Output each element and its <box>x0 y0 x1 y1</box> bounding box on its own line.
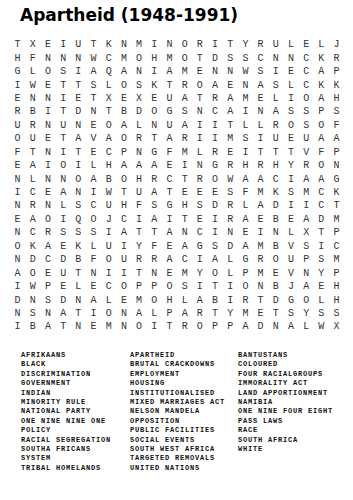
grid-cell[interactable]: L <box>223 253 238 266</box>
grid-cell[interactable]: G <box>162 199 177 212</box>
grid-cell[interactable]: Y <box>132 240 147 253</box>
grid-cell[interactable]: V <box>86 132 101 145</box>
grid-cell[interactable]: R <box>268 119 283 132</box>
grid-cell[interactable]: T <box>101 105 116 118</box>
grid-cell[interactable]: U <box>10 119 25 132</box>
grid-cell[interactable]: T <box>132 226 147 239</box>
grid-cell[interactable]: R <box>192 307 207 320</box>
grid-cell[interactable]: S <box>192 199 207 212</box>
grid-cell[interactable]: D <box>268 199 283 212</box>
grid-cell[interactable]: O <box>116 280 131 293</box>
grid-cell[interactable]: S <box>283 307 298 320</box>
grid-cell[interactable]: I <box>40 105 55 118</box>
grid-cell[interactable]: M <box>177 146 192 159</box>
grid-cell[interactable]: E <box>116 293 131 306</box>
grid-cell[interactable]: S <box>299 240 314 253</box>
grid-cell[interactable]: A <box>223 92 238 105</box>
grid-cell[interactable]: T <box>132 266 147 279</box>
grid-cell[interactable]: U <box>56 119 71 132</box>
grid-cell[interactable]: R <box>147 172 162 185</box>
grid-cell[interactable]: I <box>223 280 238 293</box>
grid-cell[interactable]: L <box>223 266 238 279</box>
grid-cell[interactable]: R <box>10 105 25 118</box>
grid-cell[interactable]: P <box>40 280 55 293</box>
grid-cell[interactable]: N <box>56 51 71 64</box>
grid-cell[interactable]: L <box>238 199 253 212</box>
grid-cell[interactable]: K <box>314 51 329 64</box>
grid-cell[interactable]: P <box>329 226 344 239</box>
grid-cell[interactable]: N <box>71 51 86 64</box>
grid-cell[interactable]: A <box>25 159 40 172</box>
grid-cell[interactable]: A <box>147 186 162 199</box>
grid-cell[interactable]: W <box>101 186 116 199</box>
grid-cell[interactable]: R <box>177 320 192 333</box>
grid-cell[interactable]: T <box>162 320 177 333</box>
grid-cell[interactable]: N <box>299 266 314 279</box>
grid-cell[interactable]: I <box>238 146 253 159</box>
grid-cell[interactable]: E <box>283 132 298 145</box>
grid-cell[interactable]: A <box>223 105 238 118</box>
grid-cell[interactable]: D <box>25 253 40 266</box>
grid-cell[interactable]: A <box>86 65 101 78</box>
grid-cell[interactable]: O <box>40 65 55 78</box>
grid-cell[interactable]: S <box>314 253 329 266</box>
grid-cell[interactable]: E <box>253 307 268 320</box>
grid-cell[interactable]: I <box>314 240 329 253</box>
grid-cell[interactable]: E <box>162 266 177 279</box>
grid-cell[interactable]: C <box>25 186 40 199</box>
grid-cell[interactable]: H <box>268 159 283 172</box>
grid-cell[interactable]: H <box>132 172 147 185</box>
grid-cell[interactable]: K <box>71 240 86 253</box>
grid-cell[interactable]: E <box>40 78 55 91</box>
grid-cell[interactable]: G <box>329 172 344 185</box>
grid-cell[interactable]: U <box>162 92 177 105</box>
grid-cell[interactable]: N <box>10 253 25 266</box>
grid-cell[interactable]: D <box>253 320 268 333</box>
grid-cell[interactable]: C <box>299 65 314 78</box>
grid-cell[interactable]: T <box>56 320 71 333</box>
grid-cell[interactable]: I <box>207 132 222 145</box>
grid-cell[interactable]: F <box>132 199 147 212</box>
grid-cell[interactable]: I <box>40 159 55 172</box>
grid-cell[interactable]: D <box>268 293 283 306</box>
grid-cell[interactable]: M <box>238 307 253 320</box>
grid-cell[interactable]: V <box>299 146 314 159</box>
grid-cell[interactable]: N <box>223 226 238 239</box>
grid-cell[interactable]: L <box>314 293 329 306</box>
grid-cell[interactable]: S <box>329 307 344 320</box>
grid-cell[interactable]: C <box>162 172 177 185</box>
grid-cell[interactable]: N <box>56 172 71 185</box>
grid-cell[interactable]: A <box>238 172 253 185</box>
grid-cell[interactable]: S <box>223 186 238 199</box>
grid-cell[interactable]: A <box>314 172 329 185</box>
grid-cell[interactable]: U <box>268 38 283 51</box>
grid-cell[interactable]: K <box>329 78 344 91</box>
grid-cell[interactable]: T <box>86 38 101 51</box>
grid-cell[interactable]: S <box>56 65 71 78</box>
grid-cell[interactable]: L <box>283 38 298 51</box>
grid-cell[interactable]: I <box>147 65 162 78</box>
grid-cell[interactable]: O <box>71 172 86 185</box>
grid-cell[interactable]: F <box>314 146 329 159</box>
grid-cell[interactable]: O <box>314 119 329 132</box>
grid-cell[interactable]: F <box>238 186 253 199</box>
grid-cell[interactable]: T <box>86 92 101 105</box>
grid-cell[interactable]: X <box>25 38 40 51</box>
grid-cell[interactable]: D <box>56 253 71 266</box>
grid-cell[interactable]: P <box>223 320 238 333</box>
grid-cell[interactable]: M <box>132 38 147 51</box>
grid-cell[interactable]: M <box>162 51 177 64</box>
grid-cell[interactable]: I <box>162 213 177 226</box>
grid-cell[interactable]: E <box>71 92 86 105</box>
grid-cell[interactable]: C <box>329 240 344 253</box>
grid-cell[interactable]: L <box>192 146 207 159</box>
grid-cell[interactable]: O <box>299 293 314 306</box>
grid-cell[interactable]: G <box>162 105 177 118</box>
grid-cell[interactable]: N <box>40 51 55 64</box>
grid-cell[interactable]: I <box>10 186 25 199</box>
grid-cell[interactable]: U <box>299 132 314 145</box>
grid-cell[interactable]: C <box>253 51 268 64</box>
grid-cell[interactable]: C <box>86 199 101 212</box>
grid-cell[interactable]: W <box>86 51 101 64</box>
grid-cell[interactable]: A <box>162 132 177 145</box>
grid-cell[interactable]: Q <box>71 213 86 226</box>
grid-cell[interactable]: I <box>238 105 253 118</box>
grid-cell[interactable]: P <box>132 280 147 293</box>
grid-cell[interactable]: H <box>329 92 344 105</box>
grid-cell[interactable]: F <box>329 119 344 132</box>
grid-cell[interactable]: S <box>314 307 329 320</box>
grid-cell[interactable]: B <box>71 253 86 266</box>
grid-cell[interactable]: N <box>40 307 55 320</box>
grid-cell[interactable]: M <box>238 92 253 105</box>
grid-cell[interactable]: R <box>192 38 207 51</box>
grid-cell[interactable]: N <box>116 307 131 320</box>
grid-cell[interactable]: I <box>10 78 25 91</box>
grid-cell[interactable]: K <box>268 186 283 199</box>
grid-cell[interactable]: S <box>86 78 101 91</box>
grid-cell[interactable]: I <box>192 119 207 132</box>
grid-cell[interactable]: O <box>207 266 222 279</box>
grid-cell[interactable]: H <box>116 199 131 212</box>
grid-cell[interactable]: N <box>25 92 40 105</box>
grid-cell[interactable]: N <box>10 199 25 212</box>
grid-cell[interactable]: N <box>283 51 298 64</box>
grid-cell[interactable]: D <box>71 105 86 118</box>
grid-cell[interactable]: T <box>10 38 25 51</box>
grid-cell[interactable]: N <box>40 92 55 105</box>
grid-cell[interactable]: I <box>223 293 238 306</box>
grid-cell[interactable]: L <box>132 119 147 132</box>
grid-cell[interactable]: B <box>116 105 131 118</box>
grid-cell[interactable]: I <box>177 159 192 172</box>
grid-cell[interactable]: C <box>314 186 329 199</box>
grid-cell[interactable]: N <box>238 78 253 91</box>
grid-cell[interactable]: A <box>177 240 192 253</box>
grid-cell[interactable]: P <box>329 146 344 159</box>
grid-cell[interactable]: E <box>283 213 298 226</box>
grid-cell[interactable]: S <box>71 199 86 212</box>
grid-cell[interactable]: O <box>40 213 55 226</box>
grid-cell[interactable]: T <box>56 78 71 91</box>
grid-cell[interactable]: N <box>10 226 25 239</box>
grid-cell[interactable]: U <box>162 119 177 132</box>
grid-cell[interactable]: E <box>283 65 298 78</box>
grid-cell[interactable]: T <box>147 226 162 239</box>
grid-cell[interactable]: N <box>25 293 40 306</box>
grid-cell[interactable]: A <box>25 213 40 226</box>
grid-cell[interactable]: T <box>147 132 162 145</box>
grid-cell[interactable]: W <box>238 65 253 78</box>
grid-cell[interactable]: A <box>253 172 268 185</box>
grid-cell[interactable]: C <box>25 226 40 239</box>
grid-cell[interactable]: P <box>207 320 222 333</box>
grid-cell[interactable]: N <box>223 65 238 78</box>
grid-cell[interactable]: A <box>40 240 55 253</box>
grid-cell[interactable]: R <box>40 226 55 239</box>
grid-cell[interactable]: E <box>40 132 55 145</box>
grid-cell[interactable]: L <box>177 293 192 306</box>
grid-cell[interactable]: A <box>132 307 147 320</box>
grid-cell[interactable]: M <box>253 186 268 199</box>
grid-cell[interactable]: C <box>40 253 55 266</box>
grid-cell[interactable]: N <box>132 146 147 159</box>
grid-cell[interactable]: R <box>223 159 238 172</box>
grid-cell[interactable]: T <box>71 78 86 91</box>
grid-cell[interactable]: A <box>268 105 283 118</box>
grid-cell[interactable]: L <box>283 78 298 91</box>
grid-cell[interactable]: G <box>10 65 25 78</box>
grid-cell[interactable]: Y <box>283 159 298 172</box>
grid-cell[interactable]: D <box>132 105 147 118</box>
grid-cell[interactable]: I <box>86 186 101 199</box>
grid-cell[interactable]: N <box>71 119 86 132</box>
grid-cell[interactable]: N <box>10 307 25 320</box>
grid-cell[interactable]: A <box>116 159 131 172</box>
grid-cell[interactable]: T <box>177 172 192 185</box>
grid-cell[interactable]: N <box>71 320 86 333</box>
grid-cell[interactable]: A <box>192 293 207 306</box>
grid-cell[interactable]: E <box>162 159 177 172</box>
grid-cell[interactable]: E <box>86 320 101 333</box>
grid-cell[interactable]: N <box>40 172 55 185</box>
grid-cell[interactable]: N <box>10 172 25 185</box>
grid-cell[interactable]: E <box>253 213 268 226</box>
grid-cell[interactable]: L <box>299 320 314 333</box>
grid-cell[interactable]: B <box>268 240 283 253</box>
grid-cell[interactable]: I <box>101 226 116 239</box>
grid-cell[interactable]: I <box>268 65 283 78</box>
grid-cell[interactable]: R <box>25 119 40 132</box>
grid-cell[interactable]: O <box>177 38 192 51</box>
grid-cell[interactable]: I <box>147 320 162 333</box>
grid-cell[interactable]: E <box>40 266 55 279</box>
grid-cell[interactable]: T <box>283 146 298 159</box>
grid-cell[interactable]: T <box>314 226 329 239</box>
grid-cell[interactable]: E <box>86 146 101 159</box>
grid-cell[interactable]: O <box>147 293 162 306</box>
grid-cell[interactable]: O <box>147 105 162 118</box>
grid-cell[interactable]: A <box>132 159 147 172</box>
grid-cell[interactable]: I <box>283 92 298 105</box>
grid-cell[interactable]: S <box>56 226 71 239</box>
grid-cell[interactable]: C <box>207 105 222 118</box>
grid-cell[interactable]: P <box>314 105 329 118</box>
grid-cell[interactable]: L <box>25 172 40 185</box>
grid-cell[interactable]: A <box>299 172 314 185</box>
grid-cell[interactable]: R <box>223 213 238 226</box>
grid-cell[interactable]: B <box>207 293 222 306</box>
grid-cell[interactable]: R <box>299 159 314 172</box>
grid-cell[interactable]: A <box>314 65 329 78</box>
grid-cell[interactable]: X <box>329 320 344 333</box>
grid-cell[interactable]: I <box>283 199 298 212</box>
grid-cell[interactable]: F <box>162 146 177 159</box>
grid-cell[interactable]: U <box>283 253 298 266</box>
grid-cell[interactable]: A <box>56 186 71 199</box>
grid-cell[interactable]: E <box>162 240 177 253</box>
grid-cell[interactable]: J <box>101 213 116 226</box>
grid-cell[interactable]: I <box>132 213 147 226</box>
grid-cell[interactable]: O <box>192 78 207 91</box>
grid-cell[interactable]: M <box>177 266 192 279</box>
grid-cell[interactable]: T <box>162 78 177 91</box>
grid-cell[interactable]: N <box>207 65 222 78</box>
grid-cell[interactable]: R <box>25 199 40 212</box>
grid-cell[interactable]: Y <box>238 38 253 51</box>
grid-cell[interactable]: K <box>314 78 329 91</box>
grid-cell[interactable]: N <box>116 38 131 51</box>
grid-cell[interactable]: M <box>116 51 131 64</box>
grid-cell[interactable]: L <box>147 307 162 320</box>
grid-cell[interactable]: E <box>147 92 162 105</box>
grid-cell[interactable]: A <box>314 132 329 145</box>
grid-cell[interactable]: S <box>177 280 192 293</box>
grid-cell[interactable]: T <box>25 146 40 159</box>
grid-cell[interactable]: A <box>147 159 162 172</box>
grid-cell[interactable]: T <box>71 266 86 279</box>
grid-cell[interactable]: A <box>116 226 131 239</box>
grid-cell[interactable]: C <box>177 253 192 266</box>
grid-cell[interactable]: I <box>71 159 86 172</box>
grid-cell[interactable]: A <box>56 307 71 320</box>
grid-cell[interactable]: S <box>207 240 222 253</box>
grid-cell[interactable]: A <box>86 293 101 306</box>
grid-cell[interactable]: S <box>147 199 162 212</box>
grid-cell[interactable]: C <box>299 51 314 64</box>
grid-cell[interactable]: N <box>147 266 162 279</box>
grid-cell[interactable]: E <box>192 213 207 226</box>
grid-cell[interactable]: O <box>56 159 71 172</box>
grid-cell[interactable]: H <box>10 51 25 64</box>
grid-cell[interactable]: I <box>56 213 71 226</box>
grid-cell[interactable]: A <box>238 320 253 333</box>
grid-cell[interactable]: B <box>268 280 283 293</box>
grid-cell[interactable]: G <box>192 240 207 253</box>
grid-cell[interactable]: A <box>147 213 162 226</box>
grid-cell[interactable]: H <box>147 51 162 64</box>
grid-cell[interactable]: I <box>116 240 131 253</box>
grid-cell[interactable]: N <box>268 320 283 333</box>
grid-cell[interactable]: M <box>329 213 344 226</box>
grid-cell[interactable]: M <box>101 320 116 333</box>
grid-cell[interactable]: O <box>162 280 177 293</box>
grid-cell[interactable]: O <box>101 307 116 320</box>
grid-cell[interactable]: S <box>25 307 40 320</box>
grid-cell[interactable]: I <box>71 65 86 78</box>
grid-cell[interactable]: I <box>192 253 207 266</box>
grid-cell[interactable]: E <box>238 226 253 239</box>
grid-cell[interactable]: F <box>147 240 162 253</box>
grid-cell[interactable]: I <box>10 320 25 333</box>
grid-cell[interactable]: L <box>56 199 71 212</box>
grid-cell[interactable]: C <box>192 226 207 239</box>
grid-cell[interactable]: B <box>268 213 283 226</box>
grid-cell[interactable]: J <box>283 280 298 293</box>
grid-cell[interactable]: E <box>314 280 329 293</box>
grid-cell[interactable]: S <box>71 226 86 239</box>
grid-cell[interactable]: D <box>314 213 329 226</box>
grid-cell[interactable]: S <box>268 78 283 91</box>
grid-cell[interactable]: U <box>25 132 40 145</box>
grid-cell[interactable]: L <box>86 159 101 172</box>
grid-cell[interactable]: K <box>101 38 116 51</box>
grid-cell[interactable]: L <box>268 92 283 105</box>
grid-cell[interactable]: B <box>25 105 40 118</box>
grid-cell[interactable]: N <box>40 199 55 212</box>
grid-cell[interactable]: A <box>162 253 177 266</box>
grid-cell[interactable]: I <box>116 266 131 279</box>
grid-cell[interactable]: Y <box>299 307 314 320</box>
grid-cell[interactable]: E <box>299 38 314 51</box>
grid-cell[interactable]: F <box>86 253 101 266</box>
grid-cell[interactable]: O <box>116 172 131 185</box>
grid-cell[interactable]: I <box>101 266 116 279</box>
grid-cell[interactable]: E <box>56 280 71 293</box>
grid-cell[interactable]: A <box>71 132 86 145</box>
grid-cell[interactable]: A <box>238 213 253 226</box>
grid-cell[interactable]: A <box>10 266 25 279</box>
grid-cell[interactable]: C <box>101 51 116 64</box>
grid-cell[interactable]: S <box>132 78 147 91</box>
grid-cell[interactable]: E <box>10 213 25 226</box>
grid-cell[interactable]: A <box>177 92 192 105</box>
grid-cell[interactable]: A <box>207 78 222 91</box>
grid-cell[interactable]: G <box>207 159 222 172</box>
grid-cell[interactable]: S <box>299 105 314 118</box>
grid-cell[interactable]: P <box>299 253 314 266</box>
grid-cell[interactable]: T <box>192 92 207 105</box>
grid-cell[interactable]: P <box>329 65 344 78</box>
grid-cell[interactable]: D <box>56 293 71 306</box>
grid-cell[interactable]: P <box>329 266 344 279</box>
grid-cell[interactable]: O <box>299 92 314 105</box>
grid-cell[interactable]: L <box>314 38 329 51</box>
grid-cell[interactable]: E <box>268 266 283 279</box>
grid-cell[interactable]: T <box>207 280 222 293</box>
grid-cell[interactable]: A <box>314 92 329 105</box>
grid-cell[interactable]: D <box>207 51 222 64</box>
grid-cell[interactable]: T <box>223 38 238 51</box>
grid-cell[interactable]: S <box>299 119 314 132</box>
grid-cell[interactable]: P <box>238 266 253 279</box>
grid-cell[interactable]: R <box>207 146 222 159</box>
grid-cell[interactable]: U <box>56 266 71 279</box>
